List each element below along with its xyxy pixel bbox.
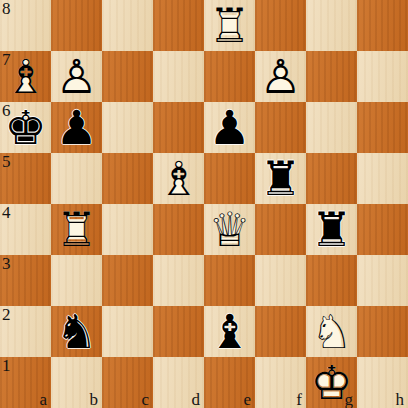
square-d1[interactable]: d [153, 357, 204, 408]
white-pawn-outline-glyph: ♙ [259, 53, 301, 100]
white-knight-outline-glyph: ♘ [310, 308, 352, 355]
white-bishop-outline-glyph: ♗ [157, 155, 199, 202]
square-a8[interactable]: 8 [0, 0, 51, 51]
square-e6[interactable]: ♟ [204, 102, 255, 153]
square-e4[interactable]: ♛♕ [204, 204, 255, 255]
black-bishop-glyph: ♝ [208, 308, 250, 355]
piece-black-rook[interactable]: ♜ [255, 153, 306, 204]
black-pawn-glyph: ♟ [208, 104, 250, 151]
black-king-glyph: ♚ [4, 104, 46, 151]
file-label-b: b [90, 391, 99, 408]
square-f6[interactable] [255, 102, 306, 153]
piece-white-queen[interactable]: ♛♕ [204, 204, 255, 255]
square-c4[interactable] [102, 204, 153, 255]
square-b5[interactable] [51, 153, 102, 204]
square-e1[interactable]: e [204, 357, 255, 408]
file-label-a: a [39, 391, 47, 408]
square-c3[interactable] [102, 255, 153, 306]
square-a6[interactable]: 6♚ [0, 102, 51, 153]
square-h3[interactable] [357, 255, 408, 306]
square-g2[interactable]: ♞♘ [306, 306, 357, 357]
square-c7[interactable] [102, 51, 153, 102]
rank-label-8: 8 [2, 0, 11, 19]
white-rook-outline-glyph: ♖ [55, 206, 97, 253]
square-b1[interactable]: b [51, 357, 102, 408]
square-f1[interactable]: f [255, 357, 306, 408]
square-c8[interactable] [102, 0, 153, 51]
square-f8[interactable] [255, 0, 306, 51]
black-pawn-glyph: ♟ [55, 104, 97, 151]
square-c6[interactable] [102, 102, 153, 153]
piece-black-bishop[interactable]: ♝ [204, 306, 255, 357]
square-b8[interactable] [51, 0, 102, 51]
square-a2[interactable]: 2 [0, 306, 51, 357]
square-d8[interactable] [153, 0, 204, 51]
piece-white-rook[interactable]: ♜♖ [51, 204, 102, 255]
file-label-e: e [243, 391, 251, 408]
piece-black-rook[interactable]: ♜ [306, 204, 357, 255]
square-e2[interactable]: ♝ [204, 306, 255, 357]
file-label-f: f [296, 391, 302, 408]
square-d4[interactable] [153, 204, 204, 255]
piece-black-knight[interactable]: ♞ [51, 306, 102, 357]
black-knight-glyph: ♞ [55, 308, 97, 355]
square-h4[interactable] [357, 204, 408, 255]
file-label-d: d [192, 391, 201, 408]
square-b3[interactable] [51, 255, 102, 306]
black-rook-glyph: ♜ [259, 155, 301, 202]
square-d7[interactable] [153, 51, 204, 102]
piece-black-pawn[interactable]: ♟ [204, 102, 255, 153]
square-f4[interactable] [255, 204, 306, 255]
square-h6[interactable] [357, 102, 408, 153]
square-a5[interactable]: 5 [0, 153, 51, 204]
square-f5[interactable]: ♜ [255, 153, 306, 204]
square-e8[interactable]: ♜♖ [204, 0, 255, 51]
chess-board: 8♜♖7♝♗♟♙♟♙6♚♟♟5♝♗♜4♜♖♛♕♜32♞♝♞♘1abcdefg♚♔… [0, 0, 408, 408]
piece-white-rook[interactable]: ♜♖ [204, 0, 255, 51]
square-g6[interactable] [306, 102, 357, 153]
square-a4[interactable]: 4 [0, 204, 51, 255]
file-label-g: g [345, 391, 354, 408]
square-d6[interactable] [153, 102, 204, 153]
piece-white-pawn[interactable]: ♟♙ [255, 51, 306, 102]
square-g8[interactable] [306, 0, 357, 51]
file-label-h: h [396, 391, 405, 408]
square-a1[interactable]: 1a [0, 357, 51, 408]
square-e7[interactable] [204, 51, 255, 102]
piece-white-bishop[interactable]: ♝♗ [153, 153, 204, 204]
piece-black-pawn[interactable]: ♟ [51, 102, 102, 153]
square-a3[interactable]: 3 [0, 255, 51, 306]
rank-label-3: 3 [2, 255, 11, 274]
square-h2[interactable] [357, 306, 408, 357]
file-label-c: c [141, 391, 149, 408]
square-a7[interactable]: 7♝♗ [0, 51, 51, 102]
square-b4[interactable]: ♜♖ [51, 204, 102, 255]
square-f3[interactable] [255, 255, 306, 306]
square-b7[interactable]: ♟♙ [51, 51, 102, 102]
square-c1[interactable]: c [102, 357, 153, 408]
square-h7[interactable] [357, 51, 408, 102]
rank-label-1: 1 [2, 357, 11, 376]
square-d5[interactable]: ♝♗ [153, 153, 204, 204]
square-e3[interactable] [204, 255, 255, 306]
black-rook-glyph: ♜ [310, 206, 352, 253]
rank-label-4: 4 [2, 204, 11, 223]
rank-label-6: 6 [2, 102, 11, 121]
piece-white-pawn[interactable]: ♟♙ [51, 51, 102, 102]
white-rook-outline-glyph: ♖ [208, 2, 250, 49]
square-b2[interactable]: ♞ [51, 306, 102, 357]
white-queen-outline-glyph: ♕ [208, 206, 250, 253]
square-f2[interactable] [255, 306, 306, 357]
square-h8[interactable] [357, 0, 408, 51]
square-h5[interactable] [357, 153, 408, 204]
white-pawn-outline-glyph: ♙ [55, 53, 97, 100]
square-g3[interactable] [306, 255, 357, 306]
rank-label-5: 5 [2, 153, 11, 172]
rank-label-7: 7 [2, 51, 11, 70]
square-e5[interactable] [204, 153, 255, 204]
square-g4[interactable]: ♜ [306, 204, 357, 255]
piece-white-knight[interactable]: ♞♘ [306, 306, 357, 357]
square-f7[interactable]: ♟♙ [255, 51, 306, 102]
square-d3[interactable] [153, 255, 204, 306]
square-c5[interactable] [102, 153, 153, 204]
square-h1[interactable]: h [357, 357, 408, 408]
square-g1[interactable]: g♚♔ [306, 357, 357, 408]
square-d2[interactable] [153, 306, 204, 357]
rank-label-2: 2 [2, 306, 11, 325]
square-g7[interactable] [306, 51, 357, 102]
square-g5[interactable] [306, 153, 357, 204]
square-b6[interactable]: ♟ [51, 102, 102, 153]
square-c2[interactable] [102, 306, 153, 357]
